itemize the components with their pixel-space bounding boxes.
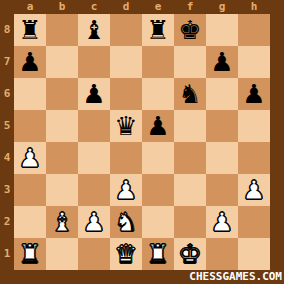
square-b1[interactable] bbox=[46, 238, 78, 270]
square-d7[interactable] bbox=[110, 46, 142, 78]
square-e7[interactable] bbox=[142, 46, 174, 78]
square-d8[interactable] bbox=[110, 14, 142, 46]
square-c2[interactable]: ♟ bbox=[78, 206, 110, 238]
square-f4[interactable] bbox=[174, 142, 206, 174]
square-h5[interactable] bbox=[238, 110, 270, 142]
square-b5[interactable] bbox=[46, 110, 78, 142]
white-pawn-h3: ♟ bbox=[242, 174, 265, 206]
white-pawn-g2: ♟ bbox=[210, 206, 233, 238]
white-pawn-d3: ♟ bbox=[114, 174, 137, 206]
black-knight-f6: ♞ bbox=[178, 78, 201, 110]
white-queen-d1: ♛ bbox=[114, 238, 137, 270]
rank-label-4: 4 bbox=[0, 142, 14, 174]
square-a1[interactable]: ♜ bbox=[14, 238, 46, 270]
rank-label-1: 1 bbox=[0, 238, 14, 270]
square-a8[interactable]: ♜ bbox=[14, 14, 46, 46]
black-bishop-c8: ♝ bbox=[82, 14, 105, 46]
file-label-d: d bbox=[110, 0, 142, 14]
square-e4[interactable] bbox=[142, 142, 174, 174]
square-g1[interactable] bbox=[206, 238, 238, 270]
square-h1[interactable] bbox=[238, 238, 270, 270]
square-d3[interactable]: ♟ bbox=[110, 174, 142, 206]
black-pawn-e5: ♟ bbox=[146, 110, 169, 142]
rank-label-7: 7 bbox=[0, 46, 14, 78]
black-rook-a8: ♜ bbox=[18, 14, 41, 46]
chess-board: ♜♝♜♚♟♟♟♞♟♛♟♟♟♟♝♟♞♟♜♛♜♚ bbox=[14, 14, 270, 270]
square-g8[interactable] bbox=[206, 14, 238, 46]
white-rook-e1: ♜ bbox=[146, 238, 169, 270]
square-a5[interactable] bbox=[14, 110, 46, 142]
white-bishop-b2: ♝ bbox=[50, 206, 73, 238]
square-e2[interactable] bbox=[142, 206, 174, 238]
square-g2[interactable]: ♟ bbox=[206, 206, 238, 238]
square-g7[interactable]: ♟ bbox=[206, 46, 238, 78]
file-label-e: e bbox=[142, 0, 174, 14]
square-e6[interactable] bbox=[142, 78, 174, 110]
square-a7[interactable]: ♟ bbox=[14, 46, 46, 78]
square-c6[interactable]: ♟ bbox=[78, 78, 110, 110]
square-c5[interactable] bbox=[78, 110, 110, 142]
file-label-b: b bbox=[46, 0, 78, 14]
rank-label-3: 3 bbox=[0, 174, 14, 206]
square-b2[interactable]: ♝ bbox=[46, 206, 78, 238]
square-h6[interactable]: ♟ bbox=[238, 78, 270, 110]
square-e1[interactable]: ♜ bbox=[142, 238, 174, 270]
square-a6[interactable] bbox=[14, 78, 46, 110]
square-a2[interactable] bbox=[14, 206, 46, 238]
file-label-a: a bbox=[14, 0, 46, 14]
square-f3[interactable] bbox=[174, 174, 206, 206]
square-d6[interactable] bbox=[110, 78, 142, 110]
black-pawn-c6: ♟ bbox=[82, 78, 105, 110]
black-pawn-g7: ♟ bbox=[210, 46, 233, 78]
black-rook-e8: ♜ bbox=[146, 14, 169, 46]
white-king-f1: ♚ bbox=[178, 238, 201, 270]
white-pawn-c2: ♟ bbox=[82, 206, 105, 238]
square-c7[interactable] bbox=[78, 46, 110, 78]
square-g5[interactable] bbox=[206, 110, 238, 142]
square-f6[interactable]: ♞ bbox=[174, 78, 206, 110]
square-e5[interactable]: ♟ bbox=[142, 110, 174, 142]
square-f7[interactable] bbox=[174, 46, 206, 78]
square-g3[interactable] bbox=[206, 174, 238, 206]
square-e3[interactable] bbox=[142, 174, 174, 206]
watermark: CHESSGAMES.COM bbox=[189, 270, 282, 284]
black-pawn-h6: ♟ bbox=[242, 78, 265, 110]
chess-diagram: abcdefgh 87654321 ♜♝♜♚♟♟♟♞♟♛♟♟♟♟♝♟♞♟♜♛♜♚… bbox=[0, 0, 284, 284]
rank-label-8: 8 bbox=[0, 14, 14, 46]
file-labels: abcdefgh bbox=[14, 0, 270, 14]
square-a3[interactable] bbox=[14, 174, 46, 206]
square-c1[interactable] bbox=[78, 238, 110, 270]
square-f2[interactable] bbox=[174, 206, 206, 238]
black-king-f8: ♚ bbox=[178, 14, 201, 46]
square-c4[interactable] bbox=[78, 142, 110, 174]
file-label-f: f bbox=[174, 0, 206, 14]
file-label-h: h bbox=[238, 0, 270, 14]
rank-label-2: 2 bbox=[0, 206, 14, 238]
square-h4[interactable] bbox=[238, 142, 270, 174]
square-b4[interactable] bbox=[46, 142, 78, 174]
file-label-g: g bbox=[206, 0, 238, 14]
square-d4[interactable] bbox=[110, 142, 142, 174]
file-label-c: c bbox=[78, 0, 110, 14]
black-queen-d5: ♛ bbox=[114, 110, 137, 142]
square-a4[interactable]: ♟ bbox=[14, 142, 46, 174]
square-b8[interactable] bbox=[46, 14, 78, 46]
square-d2[interactable]: ♞ bbox=[110, 206, 142, 238]
square-d1[interactable]: ♛ bbox=[110, 238, 142, 270]
square-e8[interactable]: ♜ bbox=[142, 14, 174, 46]
square-f5[interactable] bbox=[174, 110, 206, 142]
square-g6[interactable] bbox=[206, 78, 238, 110]
rank-label-5: 5 bbox=[0, 110, 14, 142]
square-f1[interactable]: ♚ bbox=[174, 238, 206, 270]
square-h2[interactable] bbox=[238, 206, 270, 238]
square-c8[interactable]: ♝ bbox=[78, 14, 110, 46]
square-h7[interactable] bbox=[238, 46, 270, 78]
rank-labels: 87654321 bbox=[0, 14, 14, 270]
rank-label-6: 6 bbox=[0, 78, 14, 110]
square-c3[interactable] bbox=[78, 174, 110, 206]
white-rook-a1: ♜ bbox=[18, 238, 41, 270]
white-knight-d2: ♞ bbox=[114, 206, 137, 238]
square-f8[interactable]: ♚ bbox=[174, 14, 206, 46]
white-pawn-a4: ♟ bbox=[18, 142, 41, 174]
square-h3[interactable]: ♟ bbox=[238, 174, 270, 206]
black-pawn-a7: ♟ bbox=[18, 46, 41, 78]
square-b6[interactable] bbox=[46, 78, 78, 110]
square-g4[interactable] bbox=[206, 142, 238, 174]
square-h8[interactable] bbox=[238, 14, 270, 46]
square-b7[interactable] bbox=[46, 46, 78, 78]
square-b3[interactable] bbox=[46, 174, 78, 206]
square-d5[interactable]: ♛ bbox=[110, 110, 142, 142]
